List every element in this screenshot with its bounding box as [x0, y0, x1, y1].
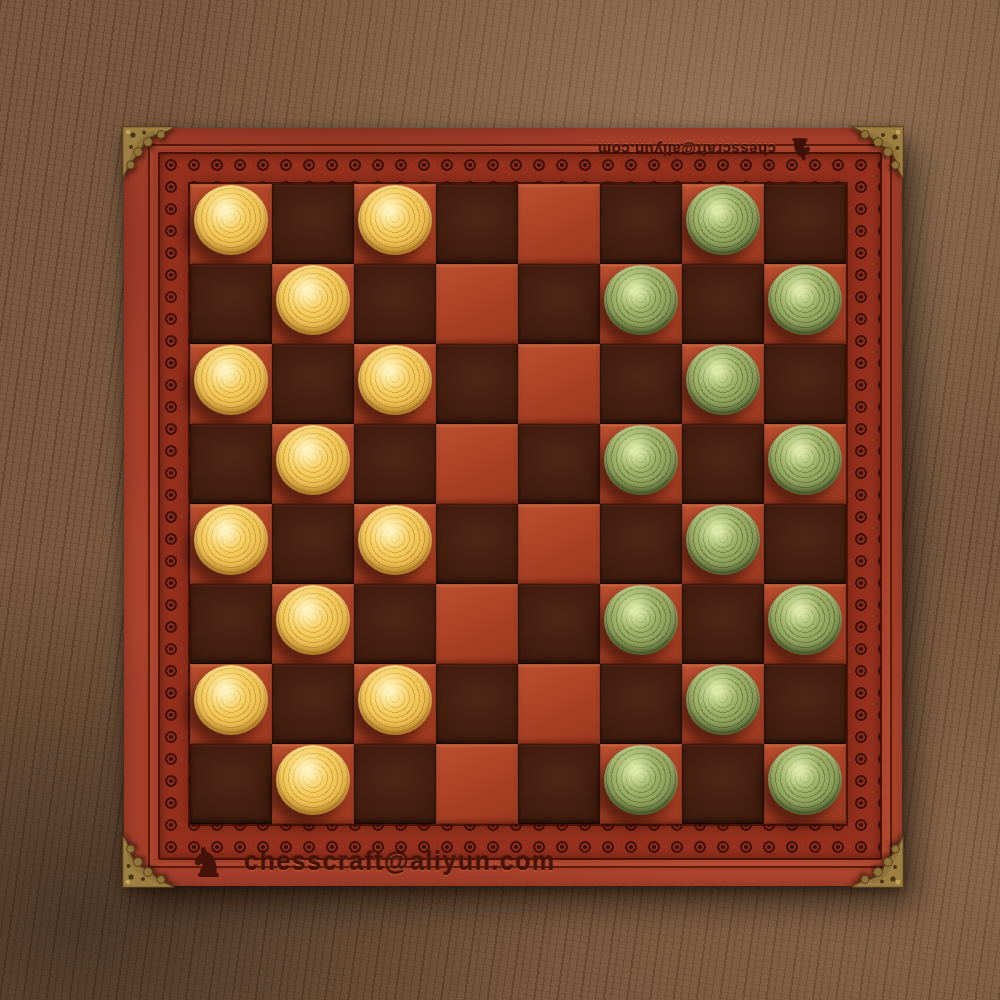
square-f4[interactable] — [600, 504, 682, 584]
brass-corner-top-left — [121, 125, 179, 183]
square-d7[interactable] — [436, 264, 518, 344]
yellow-checker-piece[interactable] — [358, 505, 432, 575]
square-d6[interactable] — [436, 344, 518, 424]
square-b5[interactable] — [272, 424, 354, 504]
yellow-checker-piece[interactable] — [194, 505, 268, 575]
square-e7[interactable] — [518, 264, 600, 344]
square-f6[interactable] — [600, 344, 682, 424]
brass-corner-top-right — [847, 125, 905, 183]
square-f1[interactable] — [600, 744, 682, 824]
square-b6[interactable] — [272, 344, 354, 424]
yellow-checker-piece[interactable] — [276, 425, 350, 495]
square-h8[interactable] — [764, 184, 846, 264]
square-h1[interactable] — [764, 744, 846, 824]
yellow-checker-piece[interactable] — [358, 665, 432, 735]
square-g5[interactable] — [682, 424, 764, 504]
knight-icon — [192, 843, 222, 879]
yellow-checker-piece[interactable] — [358, 345, 432, 415]
square-c8[interactable] — [354, 184, 436, 264]
wood-table: { "game": "checkers (draughts)", "board"… — [0, 0, 1000, 1000]
square-f5[interactable] — [600, 424, 682, 504]
square-d8[interactable] — [436, 184, 518, 264]
square-e4[interactable] — [518, 504, 600, 584]
square-c6[interactable] — [354, 344, 436, 424]
square-a6[interactable] — [190, 344, 272, 424]
green-checker-piece[interactable] — [768, 425, 842, 495]
green-checker-piece[interactable] — [686, 345, 760, 415]
square-f7[interactable] — [600, 264, 682, 344]
square-c7[interactable] — [354, 264, 436, 344]
green-checker-piece[interactable] — [768, 585, 842, 655]
yellow-checker-piece[interactable] — [194, 665, 268, 735]
square-g1[interactable] — [682, 744, 764, 824]
branding-email-bottom: chesscraft@aliyun.com — [244, 847, 556, 876]
square-b1[interactable] — [272, 744, 354, 824]
square-e3[interactable] — [518, 584, 600, 664]
brass-corner-bottom-left — [121, 831, 179, 889]
square-g3[interactable] — [682, 584, 764, 664]
knight-icon — [790, 137, 812, 163]
square-f3[interactable] — [600, 584, 682, 664]
square-c3[interactable] — [354, 584, 436, 664]
square-d2[interactable] — [436, 664, 518, 744]
square-e5[interactable] — [518, 424, 600, 504]
square-g4[interactable] — [682, 504, 764, 584]
square-a5[interactable] — [190, 424, 272, 504]
green-checker-piece[interactable] — [604, 265, 678, 335]
square-a7[interactable] — [190, 264, 272, 344]
square-a3[interactable] — [190, 584, 272, 664]
green-checker-piece[interactable] — [686, 665, 760, 735]
square-h3[interactable] — [764, 584, 846, 664]
square-g6[interactable] — [682, 344, 764, 424]
yellow-checker-piece[interactable] — [276, 745, 350, 815]
green-checker-piece[interactable] — [604, 425, 678, 495]
square-b8[interactable] — [272, 184, 354, 264]
square-d4[interactable] — [436, 504, 518, 584]
yellow-checker-piece[interactable] — [194, 185, 268, 255]
square-g2[interactable] — [682, 664, 764, 744]
green-checker-piece[interactable] — [768, 265, 842, 335]
square-b3[interactable] — [272, 584, 354, 664]
square-c1[interactable] — [354, 744, 436, 824]
square-f8[interactable] — [600, 184, 682, 264]
square-a4[interactable] — [190, 504, 272, 584]
square-f2[interactable] — [600, 664, 682, 744]
square-d5[interactable] — [436, 424, 518, 504]
square-d3[interactable] — [436, 584, 518, 664]
square-h5[interactable] — [764, 424, 846, 504]
brass-corner-bottom-right — [847, 831, 905, 889]
green-checker-piece[interactable] — [686, 505, 760, 575]
square-h6[interactable] — [764, 344, 846, 424]
square-g7[interactable] — [682, 264, 764, 344]
yellow-checker-piece[interactable] — [276, 585, 350, 655]
square-e6[interactable] — [518, 344, 600, 424]
green-checker-piece[interactable] — [768, 745, 842, 815]
square-e2[interactable] — [518, 664, 600, 744]
square-a2[interactable] — [190, 664, 272, 744]
yellow-checker-piece[interactable] — [276, 265, 350, 335]
square-c2[interactable] — [354, 664, 436, 744]
square-h4[interactable] — [764, 504, 846, 584]
square-a8[interactable] — [190, 184, 272, 264]
square-h2[interactable] — [764, 664, 846, 744]
square-g8[interactable] — [682, 184, 764, 264]
branding-top: chesscraft@aliyun.com — [556, 131, 812, 169]
square-e8[interactable] — [518, 184, 600, 264]
green-checker-piece[interactable] — [604, 745, 678, 815]
square-e1[interactable] — [518, 744, 600, 824]
square-c5[interactable] — [354, 424, 436, 504]
square-c4[interactable] — [354, 504, 436, 584]
green-checker-piece[interactable] — [604, 585, 678, 655]
square-b2[interactable] — [272, 664, 354, 744]
square-d1[interactable] — [436, 744, 518, 824]
yellow-checker-piece[interactable] — [358, 185, 432, 255]
branding-email-top: chesscraft@aliyun.com — [597, 142, 776, 159]
branding-bottom: chesscraft@aliyun.com — [192, 840, 612, 882]
square-a1[interactable] — [190, 744, 272, 824]
green-checker-piece[interactable] — [686, 185, 760, 255]
square-b4[interactable] — [272, 504, 354, 584]
board-grid — [190, 184, 846, 824]
yellow-checker-piece[interactable] — [194, 345, 268, 415]
square-h7[interactable] — [764, 264, 846, 344]
square-b7[interactable] — [272, 264, 354, 344]
